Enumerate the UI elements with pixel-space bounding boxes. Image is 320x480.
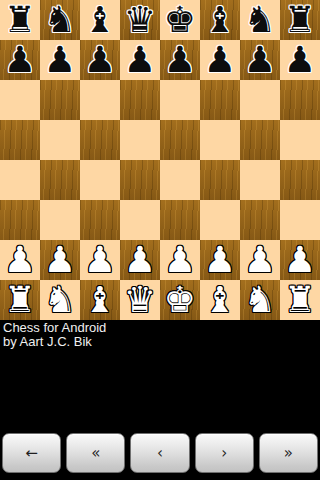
square-c6[interactable] — [80, 80, 120, 120]
square-f5[interactable] — [200, 120, 240, 160]
square-b6[interactable] — [40, 80, 80, 120]
square-g1[interactable]: ♞ — [240, 280, 280, 320]
square-h8[interactable]: ♜ — [280, 0, 320, 40]
next-move-button[interactable]: › — [195, 433, 254, 473]
square-b2[interactable]: ♟ — [40, 240, 80, 280]
first-move-button[interactable]: « — [66, 433, 125, 473]
black-king: ♚ — [164, 0, 196, 40]
white-knight: ♞ — [244, 280, 276, 320]
black-pawn: ♟ — [164, 40, 196, 80]
black-queen: ♛ — [124, 0, 156, 40]
square-c4[interactable] — [80, 160, 120, 200]
square-e8[interactable]: ♚ — [160, 0, 200, 40]
square-h6[interactable] — [280, 80, 320, 120]
square-a1[interactable]: ♜ — [0, 280, 40, 320]
square-e5[interactable] — [160, 120, 200, 160]
square-b5[interactable] — [40, 120, 80, 160]
black-rook: ♜ — [4, 0, 36, 40]
white-pawn: ♟ — [124, 240, 156, 280]
square-f8[interactable]: ♝ — [200, 0, 240, 40]
app-author: by Aart J.C. Bik — [3, 335, 320, 349]
navigation-toolbar: ← « ‹ › » — [0, 433, 320, 473]
square-c7[interactable]: ♟ — [80, 40, 120, 80]
square-c3[interactable] — [80, 200, 120, 240]
white-king: ♚ — [164, 280, 196, 320]
white-rook: ♜ — [284, 280, 316, 320]
square-e2[interactable]: ♟ — [160, 240, 200, 280]
square-c5[interactable] — [80, 120, 120, 160]
square-g8[interactable]: ♞ — [240, 0, 280, 40]
app-screen: ♜♞♝♛♚♝♞♜♟♟♟♟♟♟♟♟♟♟♟♟♟♟♟♟♜♞♝♛♚♝♞♜ Chess f… — [0, 0, 320, 480]
white-knight: ♞ — [44, 280, 76, 320]
square-e6[interactable] — [160, 80, 200, 120]
app-caption: Chess for Android by Aart J.C. Bik — [0, 320, 320, 349]
white-rook: ♜ — [4, 280, 36, 320]
square-g4[interactable] — [240, 160, 280, 200]
chess-board: ♜♞♝♛♚♝♞♜♟♟♟♟♟♟♟♟♟♟♟♟♟♟♟♟♜♞♝♛♚♝♞♜ — [0, 0, 320, 320]
square-f3[interactable] — [200, 200, 240, 240]
black-bishop: ♝ — [204, 0, 236, 40]
square-f4[interactable] — [200, 160, 240, 200]
square-b3[interactable] — [40, 200, 80, 240]
app-title: Chess for Android — [3, 321, 320, 335]
square-d7[interactable]: ♟ — [120, 40, 160, 80]
black-pawn: ♟ — [124, 40, 156, 80]
square-g7[interactable]: ♟ — [240, 40, 280, 80]
black-pawn: ♟ — [44, 40, 76, 80]
square-e1[interactable]: ♚ — [160, 280, 200, 320]
square-c2[interactable]: ♟ — [80, 240, 120, 280]
square-f7[interactable]: ♟ — [200, 40, 240, 80]
white-pawn: ♟ — [204, 240, 236, 280]
square-h2[interactable]: ♟ — [280, 240, 320, 280]
square-h1[interactable]: ♜ — [280, 280, 320, 320]
last-move-button[interactable]: » — [259, 433, 318, 473]
square-f6[interactable] — [200, 80, 240, 120]
square-f2[interactable]: ♟ — [200, 240, 240, 280]
square-a5[interactable] — [0, 120, 40, 160]
square-h4[interactable] — [280, 160, 320, 200]
back-arrow-button[interactable]: ← — [2, 433, 61, 473]
square-a6[interactable] — [0, 80, 40, 120]
square-f1[interactable]: ♝ — [200, 280, 240, 320]
white-pawn: ♟ — [164, 240, 196, 280]
square-d2[interactable]: ♟ — [120, 240, 160, 280]
square-a7[interactable]: ♟ — [0, 40, 40, 80]
square-g3[interactable] — [240, 200, 280, 240]
square-d4[interactable] — [120, 160, 160, 200]
square-b8[interactable]: ♞ — [40, 0, 80, 40]
square-e4[interactable] — [160, 160, 200, 200]
black-knight: ♞ — [244, 0, 276, 40]
black-bishop: ♝ — [84, 0, 116, 40]
square-e3[interactable] — [160, 200, 200, 240]
white-pawn: ♟ — [244, 240, 276, 280]
square-a4[interactable] — [0, 160, 40, 200]
black-pawn: ♟ — [284, 40, 316, 80]
square-c8[interactable]: ♝ — [80, 0, 120, 40]
square-a3[interactable] — [0, 200, 40, 240]
square-d3[interactable] — [120, 200, 160, 240]
white-pawn: ♟ — [284, 240, 316, 280]
white-bishop: ♝ — [204, 280, 236, 320]
square-h5[interactable] — [280, 120, 320, 160]
square-h7[interactable]: ♟ — [280, 40, 320, 80]
white-pawn: ♟ — [84, 240, 116, 280]
white-bishop: ♝ — [84, 280, 116, 320]
square-c1[interactable]: ♝ — [80, 280, 120, 320]
white-pawn: ♟ — [44, 240, 76, 280]
square-d5[interactable] — [120, 120, 160, 160]
black-pawn: ♟ — [244, 40, 276, 80]
black-rook: ♜ — [284, 0, 316, 40]
square-g5[interactable] — [240, 120, 280, 160]
square-g6[interactable] — [240, 80, 280, 120]
black-pawn: ♟ — [84, 40, 116, 80]
square-d6[interactable] — [120, 80, 160, 120]
square-a8[interactable]: ♜ — [0, 0, 40, 40]
square-d8[interactable]: ♛ — [120, 0, 160, 40]
square-b1[interactable]: ♞ — [40, 280, 80, 320]
square-a2[interactable]: ♟ — [0, 240, 40, 280]
square-d1[interactable]: ♛ — [120, 280, 160, 320]
square-g2[interactable]: ♟ — [240, 240, 280, 280]
square-b4[interactable] — [40, 160, 80, 200]
previous-move-button[interactable]: ‹ — [130, 433, 189, 473]
square-b7[interactable]: ♟ — [40, 40, 80, 80]
black-pawn: ♟ — [4, 40, 36, 80]
white-pawn: ♟ — [4, 240, 36, 280]
black-knight: ♞ — [44, 0, 76, 40]
white-queen: ♛ — [124, 280, 156, 320]
square-h3[interactable] — [280, 200, 320, 240]
black-pawn: ♟ — [204, 40, 236, 80]
square-e7[interactable]: ♟ — [160, 40, 200, 80]
